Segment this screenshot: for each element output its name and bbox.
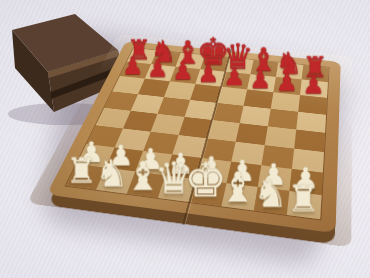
photo-background: ♜♞♝♚♛♝♞♜♟♟♟♟♟♟♟♟♟♟♟♟♟♟♟♟♜♞♝♛♚♝♞♜ — [0, 0, 370, 278]
board-squares: ♜♞♝♚♛♝♞♜♟♟♟♟♟♟♟♟♟♟♟♟♟♟♟♟♜♞♝♛♚♝♞♜ — [66, 48, 329, 219]
square[interactable] — [236, 123, 268, 145]
chessboard: ♜♞♝♚♛♝♞♜♟♟♟♟♟♟♟♟♟♟♟♟♟♟♟♟♜♞♝♛♚♝♞♜ — [46, 41, 340, 233]
red-pawn[interactable]: ♟ — [292, 72, 336, 97]
square[interactable] — [151, 114, 185, 135]
square[interactable] — [131, 94, 164, 114]
square[interactable]: ♟ — [300, 80, 328, 98]
square[interactable] — [240, 106, 271, 127]
white-rook[interactable]: ♜ — [276, 181, 330, 218]
board-scene: ♜♞♝♚♛♝♞♜♟♟♟♟♟♟♟♟♟♟♟♟♟♟♟♟♜♞♝♛♚♝♞♜ — [0, 0, 370, 278]
square[interactable]: ♜ — [287, 191, 322, 219]
square[interactable] — [268, 109, 298, 130]
